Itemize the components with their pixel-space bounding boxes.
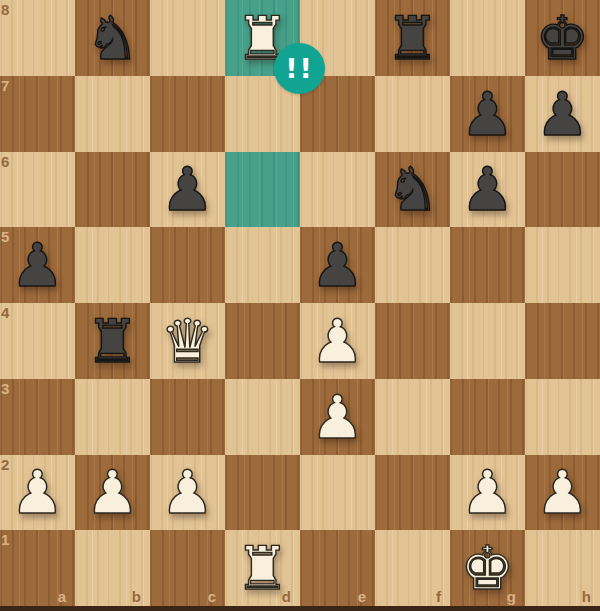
square-b6[interactable] — [75, 152, 150, 228]
square-g4[interactable] — [450, 303, 525, 379]
square-c4[interactable]: ♛ — [150, 303, 225, 379]
square-b5[interactable] — [75, 227, 150, 303]
square-d2[interactable] — [225, 455, 300, 531]
white-pawn-piece[interactable]: ♟ — [300, 303, 375, 379]
black-king-piece[interactable]: ♚ — [525, 0, 600, 76]
square-h4[interactable] — [525, 303, 600, 379]
square-h1[interactable]: h — [525, 530, 600, 606]
square-g3[interactable] — [450, 379, 525, 455]
square-f2[interactable] — [375, 455, 450, 531]
square-a6[interactable]: 6 — [0, 152, 75, 228]
board-frame-edge — [0, 606, 600, 611]
square-c7[interactable] — [150, 76, 225, 152]
black-knight-piece[interactable]: ♞ — [75, 0, 150, 76]
black-pawn-piece[interactable]: ♟ — [450, 152, 525, 228]
square-c6[interactable]: ♟ — [150, 152, 225, 228]
square-a1[interactable]: 1a — [0, 530, 75, 606]
black-pawn-piece[interactable]: ♟ — [300, 227, 375, 303]
square-b4[interactable]: ♜ — [75, 303, 150, 379]
square-d1[interactable]: d♜ — [225, 530, 300, 606]
square-g5[interactable] — [450, 227, 525, 303]
square-h7[interactable]: ♟ — [525, 76, 600, 152]
square-b3[interactable] — [75, 379, 150, 455]
white-pawn-piece[interactable]: ♟ — [525, 455, 600, 531]
square-h5[interactable] — [525, 227, 600, 303]
square-g7[interactable]: ♟ — [450, 76, 525, 152]
square-f1[interactable]: f — [375, 530, 450, 606]
square-g6[interactable]: ♟ — [450, 152, 525, 228]
square-d6[interactable] — [225, 152, 300, 228]
square-e6[interactable] — [300, 152, 375, 228]
black-pawn-piece[interactable]: ♟ — [525, 76, 600, 152]
black-rook-piece[interactable]: ♜ — [75, 303, 150, 379]
file-label-g: g — [507, 588, 516, 605]
file-label-d: d — [282, 588, 291, 605]
square-f7[interactable] — [375, 76, 450, 152]
rank-label-1: 1 — [1, 531, 9, 548]
square-a8[interactable]: 8 — [0, 0, 75, 76]
square-e4[interactable]: ♟ — [300, 303, 375, 379]
square-a7[interactable]: 7 — [0, 76, 75, 152]
rank-label-2: 2 — [1, 456, 9, 473]
square-b7[interactable] — [75, 76, 150, 152]
file-label-f: f — [436, 588, 441, 605]
square-b1[interactable]: b — [75, 530, 150, 606]
black-knight-piece[interactable]: ♞ — [375, 152, 450, 228]
square-a5[interactable]: 5♟ — [0, 227, 75, 303]
square-g1[interactable]: g♚ — [450, 530, 525, 606]
square-d4[interactable] — [225, 303, 300, 379]
rank-label-8: 8 — [1, 1, 9, 18]
file-label-c: c — [208, 588, 216, 605]
square-c8[interactable] — [150, 0, 225, 76]
square-f8[interactable]: ♜ — [375, 0, 450, 76]
rank-label-5: 5 — [1, 228, 9, 245]
square-h8[interactable]: ♚ — [525, 0, 600, 76]
square-c1[interactable]: c — [150, 530, 225, 606]
square-h3[interactable] — [525, 379, 600, 455]
black-rook-piece[interactable]: ♜ — [375, 0, 450, 76]
square-e1[interactable]: e — [300, 530, 375, 606]
white-pawn-piece[interactable]: ♟ — [75, 455, 150, 531]
square-f3[interactable] — [375, 379, 450, 455]
chess-app: 8♞♜♜♚7♟♟6♟♞♟5♟♟4♜♛♟3♟2♟♟♟♟♟1abcd♜efg♚h !… — [0, 0, 600, 611]
white-queen-piece[interactable]: ♛ — [150, 303, 225, 379]
file-label-a: a — [58, 588, 66, 605]
rank-label-4: 4 — [1, 304, 9, 321]
rank-label-3: 3 — [1, 380, 9, 397]
square-e2[interactable] — [300, 455, 375, 531]
square-a4[interactable]: 4 — [0, 303, 75, 379]
white-pawn-piece[interactable]: ♟ — [300, 379, 375, 455]
square-h2[interactable]: ♟ — [525, 455, 600, 531]
white-pawn-piece[interactable]: ♟ — [150, 455, 225, 531]
square-f5[interactable] — [375, 227, 450, 303]
square-f4[interactable] — [375, 303, 450, 379]
square-a3[interactable]: 3 — [0, 379, 75, 455]
move-annotation-badge: !! — [274, 43, 325, 94]
square-g2[interactable]: ♟ — [450, 455, 525, 531]
white-pawn-piece[interactable]: ♟ — [0, 455, 75, 531]
square-a2[interactable]: 2♟ — [0, 455, 75, 531]
square-d5[interactable] — [225, 227, 300, 303]
square-f6[interactable]: ♞ — [375, 152, 450, 228]
square-c2[interactable]: ♟ — [150, 455, 225, 531]
file-label-h: h — [582, 588, 591, 605]
square-c5[interactable] — [150, 227, 225, 303]
black-pawn-piece[interactable]: ♟ — [0, 227, 75, 303]
black-pawn-piece[interactable]: ♟ — [150, 152, 225, 228]
square-e3[interactable]: ♟ — [300, 379, 375, 455]
rank-label-7: 7 — [1, 77, 9, 94]
file-label-b: b — [132, 588, 141, 605]
white-pawn-piece[interactable]: ♟ — [450, 455, 525, 531]
square-g8[interactable] — [450, 0, 525, 76]
square-b8[interactable]: ♞ — [75, 0, 150, 76]
square-d3[interactable] — [225, 379, 300, 455]
square-c3[interactable] — [150, 379, 225, 455]
square-e5[interactable]: ♟ — [300, 227, 375, 303]
file-label-e: e — [358, 588, 366, 605]
black-pawn-piece[interactable]: ♟ — [450, 76, 525, 152]
square-b2[interactable]: ♟ — [75, 455, 150, 531]
square-h6[interactable] — [525, 152, 600, 228]
rank-label-6: 6 — [1, 153, 9, 170]
